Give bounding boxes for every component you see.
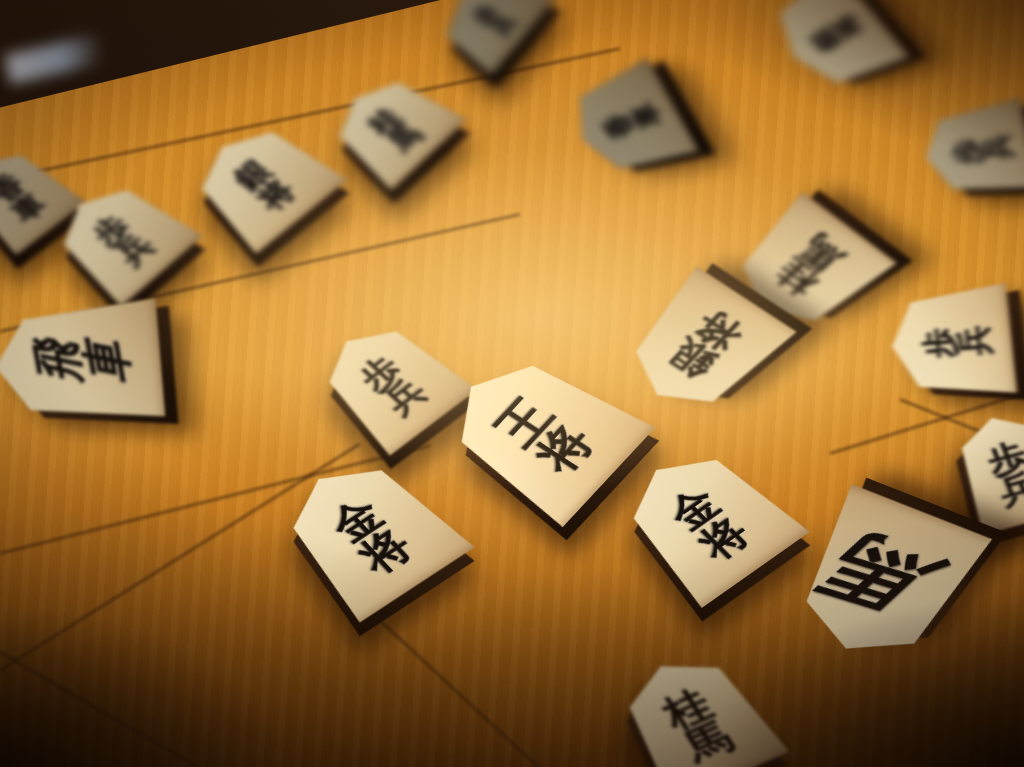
- piece-promoted-bishop[interactable]: 馬: [771, 482, 997, 678]
- piece-pawn-top-cut[interactable]: 歩兵: [426, 0, 559, 78]
- piece-pawn-right[interactable]: 歩兵: [886, 279, 1018, 405]
- piece-kanji: 馬: [820, 528, 954, 623]
- piece-gold-left[interactable]: 金将: [258, 439, 479, 625]
- piece-kanji: 歩兵: [353, 350, 433, 420]
- piece-top-face: 飛車: [0, 294, 166, 429]
- piece-kanji: 銀将: [662, 304, 749, 383]
- piece-kanji: 歩兵: [88, 210, 161, 270]
- piece-top-face: 桂馬: [599, 639, 793, 767]
- piece-kanji: 桂馬: [658, 684, 739, 767]
- piece-kanji: 飛車: [31, 341, 136, 383]
- piece-kanji: 香車: [0, 170, 51, 226]
- piece-pawn-top-right[interactable]: 歩兵: [916, 95, 1024, 205]
- piece-top-face: 歩兵: [426, 0, 559, 78]
- shogi-photo-scene: 歩兵銀将香車桂馬歩兵銀将香車歩兵桂馬銀将歩兵飛車歩兵王将歩兵金将金将馬桂馬: [0, 0, 1024, 767]
- piece-lance-top-mid[interactable]: 香車: [555, 55, 701, 189]
- piece-kanji: 桂馬: [363, 103, 427, 155]
- piece-kanji: 歩兵: [470, 1, 521, 39]
- piece-kanji: 王将: [488, 391, 601, 479]
- piece-rook-cursive-left[interactable]: 飛車: [0, 294, 166, 429]
- piece-top-face: 歩兵: [886, 279, 1018, 405]
- piece-kanji: 金将: [662, 482, 756, 566]
- piece-silver-top-edge[interactable]: 銀将: [754, 0, 912, 105]
- piece-kanji: 金将: [323, 492, 419, 579]
- piece-kanji: 歩兵: [920, 324, 993, 359]
- pieces-layer[interactable]: 歩兵銀将香車桂馬歩兵銀将香車歩兵桂馬銀将歩兵飛車歩兵王将歩兵金将金将馬桂馬: [0, 0, 1024, 767]
- piece-kanji: 桂馬: [769, 230, 849, 300]
- piece-knight-bottom[interactable]: 桂馬: [599, 639, 793, 767]
- piece-kanji: 銀将: [806, 8, 868, 55]
- piece-kanji: 歩兵: [983, 437, 1024, 508]
- piece-top-face: 香車: [555, 55, 701, 189]
- piece-kanji: 銀将: [229, 154, 301, 215]
- piece-top-face: 金将: [258, 439, 479, 625]
- piece-kanji: 歩兵: [949, 132, 1015, 167]
- piece-kanji: 香車: [599, 99, 665, 143]
